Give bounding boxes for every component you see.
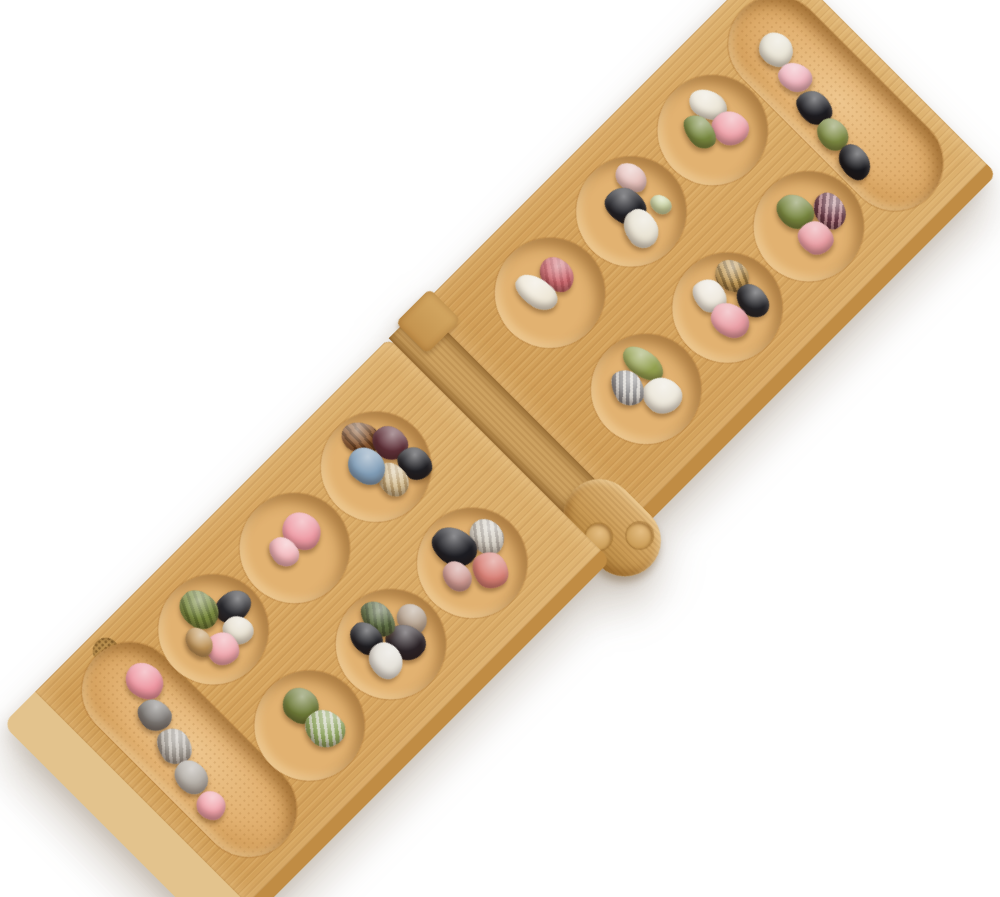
hinge-pin-icon	[621, 517, 658, 554]
stone-pink-chunk	[118, 655, 170, 707]
mancala-board	[35, 0, 987, 897]
product-photo-scene	[0, 0, 1000, 897]
